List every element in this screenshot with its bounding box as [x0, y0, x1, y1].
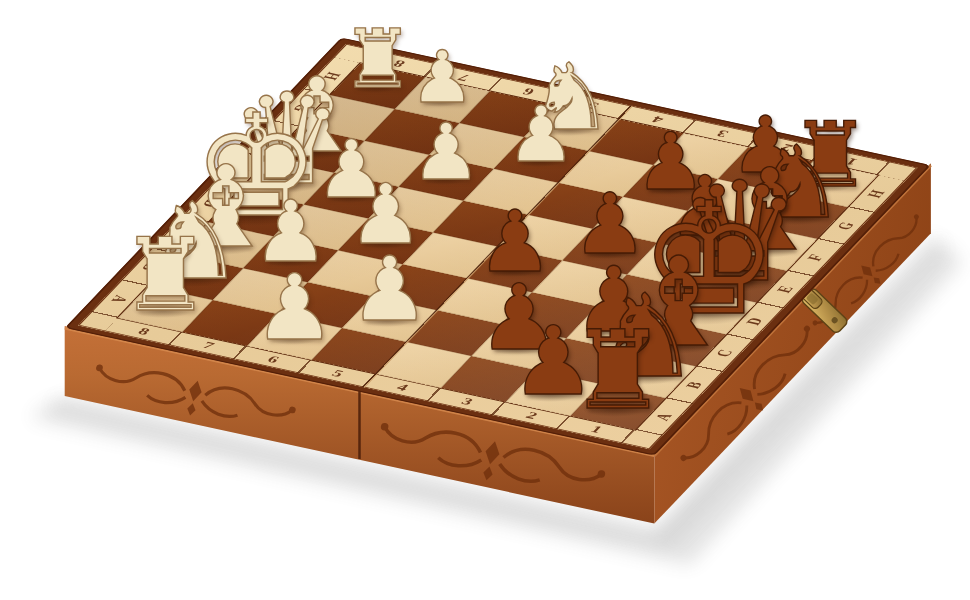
piece-white-pawn-h7[interactable]: ♟: [410, 41, 475, 113]
piece-white-rook-a8[interactable]: ♜: [120, 225, 211, 326]
piece-white-pawn-a6[interactable]: ♟: [254, 262, 336, 353]
piece-white-pawn-b5[interactable]: ♟: [350, 245, 430, 334]
piece-white-pawn-g5[interactable]: ♟: [507, 96, 576, 173]
piece-brown-rook-a1[interactable]: ♜: [569, 316, 667, 425]
product-photo-stage: 88HH77GG66FF55EE44DD33CC22BB11AA ♜♞♝♚♛♝♜…: [0, 0, 970, 600]
